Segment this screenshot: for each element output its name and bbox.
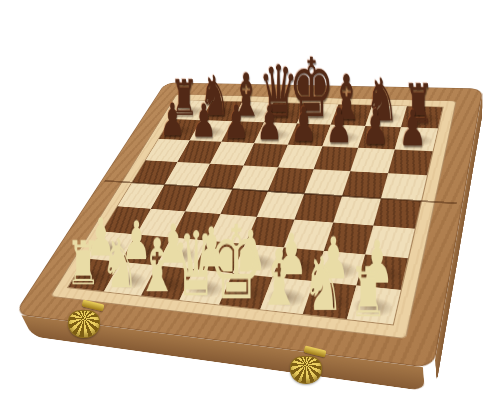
black-pawn: ♟ (223, 99, 249, 145)
square-a4 (118, 183, 165, 209)
front-left-latch (64, 300, 108, 340)
white-rook: ♜ (66, 233, 100, 294)
white-king: ♚ (208, 212, 265, 315)
black-pawn: ♟ (160, 97, 185, 142)
square-e7: ♟ (288, 124, 331, 147)
latch-shell-icon (68, 310, 100, 338)
white-knight: ♞ (302, 247, 344, 322)
board-surface: ♜♞♝♛♚♝♞♜♟♟♟♟♟♟♟♟♟♟♟♟♟♟♟♟♜♞♝♛♚♝♞♜ (50, 94, 457, 339)
black-pawn: ♟ (326, 102, 353, 150)
black-pawn: ♟ (291, 101, 317, 149)
product-photo-scene: ♜♞♝♛♚♝♞♜♟♟♟♟♟♟♟♟♟♟♟♟♟♟♟♟♜♞♝♛♚♝♞♜ (0, 0, 500, 399)
square-h5 (381, 173, 427, 201)
black-pawn: ♟ (257, 100, 283, 147)
black-pawn: ♟ (191, 98, 216, 144)
square-g7: ♟ (358, 126, 401, 150)
latch-shell-icon (290, 356, 322, 384)
black-pawn: ♟ (399, 104, 427, 154)
board-squares: ♜♞♝♛♚♝♞♜♟♟♟♟♟♟♟♟♟♟♟♟♟♟♟♟♜♞♝♛♚♝♞♜ (68, 100, 442, 324)
white-knight: ♞ (101, 230, 139, 299)
square-h4 (373, 198, 421, 228)
square-h7: ♟ (395, 127, 438, 151)
square-h1: ♜ (347, 286, 401, 325)
front-center-latch (286, 346, 330, 386)
white-rook: ♜ (349, 258, 387, 327)
black-pawn: ♟ (362, 103, 389, 152)
white-bishop: ♝ (258, 239, 301, 317)
square-f5 (304, 169, 350, 196)
